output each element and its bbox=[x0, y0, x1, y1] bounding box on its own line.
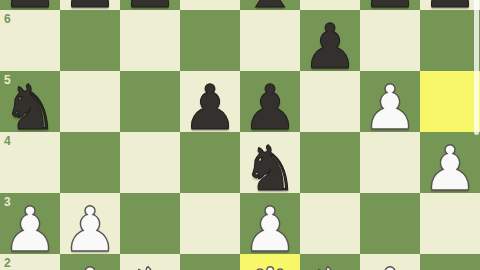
square-g5[interactable]: ♟ bbox=[360, 71, 420, 132]
square-c3[interactable] bbox=[120, 193, 180, 254]
square-b2[interactable]: ♝ bbox=[60, 254, 120, 270]
white-bishop[interactable]: ♝ bbox=[60, 260, 120, 270]
square-d7[interactable] bbox=[180, 0, 240, 10]
square-a3[interactable]: 3♟ bbox=[0, 193, 60, 254]
square-g7[interactable]: ♟ bbox=[360, 0, 420, 10]
square-g6[interactable] bbox=[360, 10, 420, 71]
square-e6[interactable] bbox=[240, 10, 300, 71]
square-f4[interactable] bbox=[300, 132, 360, 193]
white-pawn[interactable]: ♟ bbox=[240, 199, 300, 261]
square-e5[interactable]: ♟ bbox=[240, 71, 300, 132]
rank-label-4: 4 bbox=[4, 135, 11, 147]
chess-board: ♟♟♟♝♟♟6♟5♞♟♟♟4♞♟3♟♟♟2♝♞♛♞♝ bbox=[0, 0, 480, 270]
chess-board-viewport: ♟♟♟♝♟♟6♟5♞♟♟♟4♞♟3♟♟♟2♝♞♛♞♝ bbox=[0, 0, 480, 270]
black-pawn[interactable]: ♟ bbox=[300, 16, 360, 78]
square-b6[interactable] bbox=[60, 10, 120, 71]
square-a7[interactable]: ♟ bbox=[0, 0, 60, 10]
square-b3[interactable]: ♟ bbox=[60, 193, 120, 254]
white-queen[interactable]: ♛ bbox=[240, 260, 300, 270]
square-h5[interactable] bbox=[420, 71, 480, 132]
square-f5[interactable] bbox=[300, 71, 360, 132]
white-bishop[interactable]: ♝ bbox=[360, 260, 420, 270]
square-c4[interactable] bbox=[120, 132, 180, 193]
black-pawn[interactable]: ♟ bbox=[180, 77, 240, 139]
square-b4[interactable] bbox=[60, 132, 120, 193]
square-e2[interactable]: ♛ bbox=[240, 254, 300, 270]
square-a6[interactable]: 6 bbox=[0, 10, 60, 71]
square-a4[interactable]: 4 bbox=[0, 132, 60, 193]
square-d2[interactable] bbox=[180, 254, 240, 270]
square-e7[interactable]: ♝ bbox=[240, 0, 300, 10]
black-knight[interactable]: ♞ bbox=[0, 77, 60, 139]
square-h7[interactable]: ♟ bbox=[420, 0, 480, 10]
square-h2[interactable] bbox=[420, 254, 480, 270]
white-pawn[interactable]: ♟ bbox=[60, 199, 120, 261]
rank-label-2: 2 bbox=[4, 257, 11, 269]
white-pawn[interactable]: ♟ bbox=[0, 199, 60, 261]
square-f6[interactable]: ♟ bbox=[300, 10, 360, 71]
square-d3[interactable] bbox=[180, 193, 240, 254]
white-pawn[interactable]: ♟ bbox=[360, 77, 420, 139]
square-h3[interactable] bbox=[420, 193, 480, 254]
square-a2[interactable]: 2 bbox=[0, 254, 60, 270]
square-b7[interactable]: ♟ bbox=[60, 0, 120, 10]
square-d6[interactable] bbox=[180, 10, 240, 71]
white-knight[interactable]: ♞ bbox=[120, 260, 180, 270]
square-e4[interactable]: ♞ bbox=[240, 132, 300, 193]
square-f7[interactable] bbox=[300, 0, 360, 10]
white-pawn[interactable]: ♟ bbox=[420, 138, 480, 200]
square-h6[interactable] bbox=[420, 10, 480, 71]
square-c2[interactable]: ♞ bbox=[120, 254, 180, 270]
square-d5[interactable]: ♟ bbox=[180, 71, 240, 132]
square-d4[interactable] bbox=[180, 132, 240, 193]
square-e3[interactable]: ♟ bbox=[240, 193, 300, 254]
square-g4[interactable] bbox=[360, 132, 420, 193]
black-knight[interactable]: ♞ bbox=[240, 138, 300, 200]
black-pawn[interactable]: ♟ bbox=[240, 77, 300, 139]
square-g2[interactable]: ♝ bbox=[360, 254, 420, 270]
square-c6[interactable] bbox=[120, 10, 180, 71]
square-g3[interactable] bbox=[360, 193, 420, 254]
square-h4[interactable]: ♟ bbox=[420, 132, 480, 193]
square-c7[interactable]: ♟ bbox=[120, 0, 180, 10]
white-knight[interactable]: ♞ bbox=[300, 260, 360, 270]
square-b5[interactable] bbox=[60, 71, 120, 132]
scrollbar-thumb[interactable] bbox=[474, 0, 479, 135]
square-c5[interactable] bbox=[120, 71, 180, 132]
square-f3[interactable] bbox=[300, 193, 360, 254]
square-f2[interactable]: ♞ bbox=[300, 254, 360, 270]
square-a5[interactable]: 5♞ bbox=[0, 71, 60, 132]
rank-label-6: 6 bbox=[4, 13, 11, 25]
